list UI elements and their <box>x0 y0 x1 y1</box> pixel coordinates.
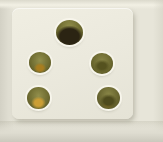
socket-module-plate <box>12 8 133 119</box>
faceplate-bottom-vignette <box>0 122 163 142</box>
pin-hole-middle-right <box>91 53 113 74</box>
pin-hole-middle-left <box>29 52 51 73</box>
earth-pin-hole <box>56 20 83 45</box>
pin-hole-bottom-left <box>27 87 50 109</box>
pin-hole-bottom-right <box>97 87 120 109</box>
faceplate-right-edge-shading <box>153 0 163 142</box>
socket-photo <box>0 0 163 142</box>
faceplate-bottom-groove <box>0 121 163 132</box>
